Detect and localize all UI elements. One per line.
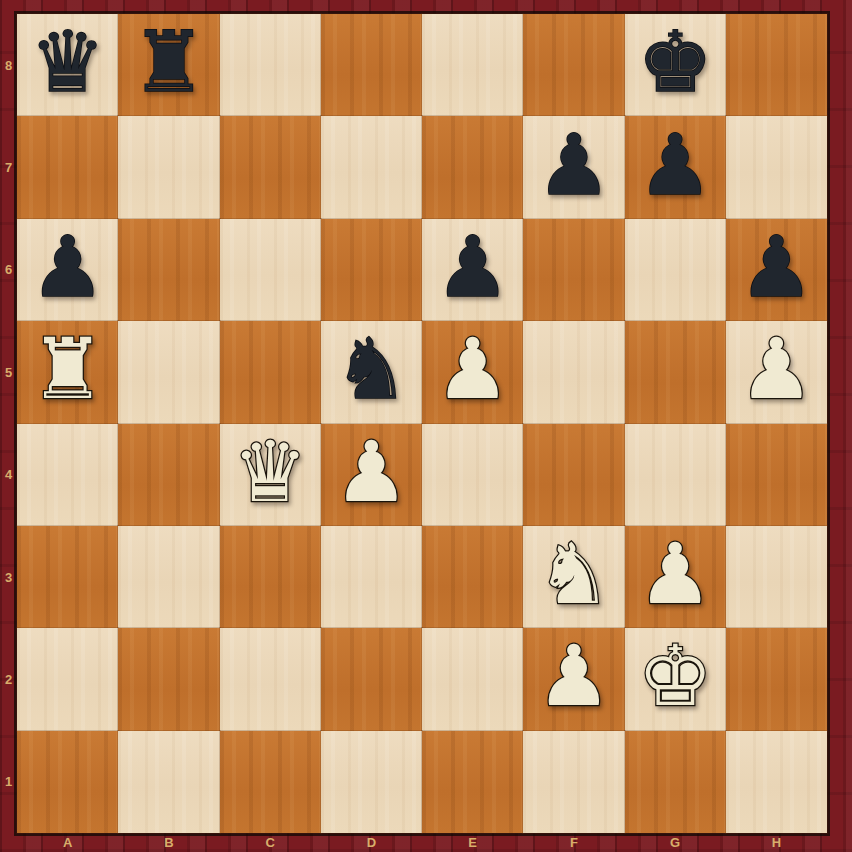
rank-label-5: 5 (0, 321, 17, 423)
white-pawn[interactable]: ♟ (536, 634, 611, 718)
square-b5[interactable] (118, 321, 219, 423)
white-pawn[interactable]: ♟ (435, 327, 510, 411)
file-label-b: B (118, 833, 219, 852)
white-pawn[interactable]: ♟ (334, 430, 409, 514)
square-h6[interactable]: ♟ (726, 219, 827, 321)
black-pawn[interactable]: ♟ (739, 225, 814, 309)
black-knight[interactable]: ♞ (334, 327, 409, 411)
square-a7[interactable] (17, 116, 118, 218)
white-rook[interactable]: ♜ (30, 327, 105, 411)
square-d1[interactable] (321, 731, 422, 833)
square-f1[interactable] (523, 731, 624, 833)
file-label-d: D (321, 833, 422, 852)
file-label-g: G (625, 833, 726, 852)
square-g8[interactable]: ♚ (625, 14, 726, 116)
square-h2[interactable] (726, 628, 827, 730)
square-f8[interactable] (523, 14, 624, 116)
square-c2[interactable] (220, 628, 321, 730)
square-d2[interactable] (321, 628, 422, 730)
black-rook[interactable]: ♜ (131, 20, 206, 104)
square-c4[interactable]: ♛ (220, 424, 321, 526)
square-b7[interactable] (118, 116, 219, 218)
square-a5[interactable]: ♜ (17, 321, 118, 423)
square-a6[interactable]: ♟ (17, 219, 118, 321)
square-a8[interactable]: ♛ (17, 14, 118, 116)
square-b6[interactable] (118, 219, 219, 321)
square-h8[interactable] (726, 14, 827, 116)
square-b4[interactable] (118, 424, 219, 526)
rank-label-8: 8 (0, 14, 17, 116)
square-e6[interactable]: ♟ (422, 219, 523, 321)
square-h1[interactable] (726, 731, 827, 833)
square-c8[interactable] (220, 14, 321, 116)
square-g5[interactable] (625, 321, 726, 423)
black-king[interactable]: ♚ (637, 20, 712, 104)
square-a3[interactable] (17, 526, 118, 628)
square-b8[interactable]: ♜ (118, 14, 219, 116)
black-pawn[interactable]: ♟ (30, 225, 105, 309)
white-knight[interactable]: ♞ (536, 532, 611, 616)
square-e5[interactable]: ♟ (422, 321, 523, 423)
square-e3[interactable] (422, 526, 523, 628)
square-e2[interactable] (422, 628, 523, 730)
file-label-f: F (523, 833, 624, 852)
square-c6[interactable] (220, 219, 321, 321)
rank-label-4: 4 (0, 424, 17, 526)
chessboard-window: ♛♜♚♟♟♟♟♟♜♞♟♟♛♟♞♟♟♚ 87654321ABCDEFGH (0, 0, 852, 852)
square-e8[interactable] (422, 14, 523, 116)
square-e1[interactable] (422, 731, 523, 833)
square-e4[interactable] (422, 424, 523, 526)
file-label-h: H (726, 833, 827, 852)
square-b3[interactable] (118, 526, 219, 628)
square-f4[interactable] (523, 424, 624, 526)
square-g1[interactable] (625, 731, 726, 833)
white-pawn[interactable]: ♟ (637, 532, 712, 616)
square-d3[interactable] (321, 526, 422, 628)
square-b2[interactable] (118, 628, 219, 730)
rank-label-1: 1 (0, 731, 17, 833)
square-g6[interactable] (625, 219, 726, 321)
rank-label-7: 7 (0, 116, 17, 218)
square-d6[interactable] (321, 219, 422, 321)
square-f2[interactable]: ♟ (523, 628, 624, 730)
square-g4[interactable] (625, 424, 726, 526)
black-pawn[interactable]: ♟ (536, 123, 611, 207)
square-h4[interactable] (726, 424, 827, 526)
square-d4[interactable]: ♟ (321, 424, 422, 526)
square-h3[interactable] (726, 526, 827, 628)
square-c3[interactable] (220, 526, 321, 628)
file-label-e: E (422, 833, 523, 852)
rank-label-3: 3 (0, 526, 17, 628)
square-d7[interactable] (321, 116, 422, 218)
file-label-a: A (17, 833, 118, 852)
square-c7[interactable] (220, 116, 321, 218)
black-pawn[interactable]: ♟ (637, 123, 712, 207)
square-f5[interactable] (523, 321, 624, 423)
square-d5[interactable]: ♞ (321, 321, 422, 423)
square-f6[interactable] (523, 219, 624, 321)
square-g7[interactable]: ♟ (625, 116, 726, 218)
black-pawn[interactable]: ♟ (435, 225, 510, 309)
square-g2[interactable]: ♚ (625, 628, 726, 730)
square-h7[interactable] (726, 116, 827, 218)
rank-label-6: 6 (0, 219, 17, 321)
square-g3[interactable]: ♟ (625, 526, 726, 628)
square-f3[interactable]: ♞ (523, 526, 624, 628)
white-king[interactable]: ♚ (637, 634, 712, 718)
square-a4[interactable] (17, 424, 118, 526)
chess-board: ♛♜♚♟♟♟♟♟♜♞♟♟♛♟♞♟♟♚ (17, 14, 827, 833)
square-e7[interactable] (422, 116, 523, 218)
square-f7[interactable]: ♟ (523, 116, 624, 218)
square-a2[interactable] (17, 628, 118, 730)
black-queen[interactable]: ♛ (30, 20, 105, 104)
square-d8[interactable] (321, 14, 422, 116)
square-h5[interactable]: ♟ (726, 321, 827, 423)
white-queen[interactable]: ♛ (232, 430, 307, 514)
file-label-c: C (220, 833, 321, 852)
white-pawn[interactable]: ♟ (739, 327, 814, 411)
square-b1[interactable] (118, 731, 219, 833)
square-c1[interactable] (220, 731, 321, 833)
square-c5[interactable] (220, 321, 321, 423)
square-a1[interactable] (17, 731, 118, 833)
rank-label-2: 2 (0, 628, 17, 730)
